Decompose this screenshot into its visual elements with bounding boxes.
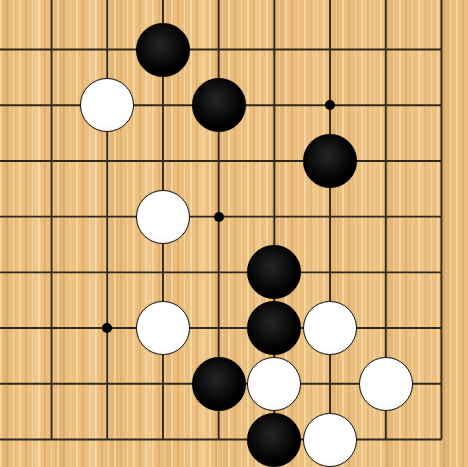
intersection-c3-r3[interactable]	[80, 78, 136, 134]
intersection-c8-r3[interactable]	[358, 78, 414, 134]
intersection-c8-r7[interactable]	[358, 300, 414, 356]
intersection-c3-r5[interactable]	[80, 189, 136, 245]
intersection-c3-r8[interactable]	[80, 356, 136, 412]
black-stone	[247, 245, 301, 299]
black-stone	[192, 78, 246, 132]
intersection-c6-r6[interactable]	[247, 245, 303, 301]
intersection-c4-r2[interactable]	[135, 22, 191, 78]
intersection-c5-r6[interactable]	[191, 245, 247, 301]
intersection-c8-r2[interactable]	[358, 22, 414, 78]
intersection-c2-r2[interactable]	[24, 22, 80, 78]
intersection-c4-r4[interactable]	[135, 133, 191, 189]
go-board[interactable]	[0, 0, 468, 467]
intersection-c6-r8[interactable]	[247, 356, 303, 412]
intersection-c9-r9[interactable]	[414, 412, 468, 467]
intersection-c8-r9[interactable]	[358, 412, 414, 467]
intersection-c9-r1[interactable]	[414, 0, 468, 22]
intersection-c2-r7[interactable]	[24, 300, 80, 356]
intersection-c3-r4[interactable]	[80, 133, 136, 189]
intersection-c9-r2[interactable]	[414, 22, 468, 78]
intersection-c2-r1[interactable]	[24, 0, 80, 22]
intersection-c2-r5[interactable]	[24, 189, 80, 245]
intersection-c4-r6[interactable]	[135, 245, 191, 301]
intersection-c7-r7[interactable]	[302, 300, 358, 356]
intersection-c8-r6[interactable]	[358, 245, 414, 301]
intersection-c1-r8[interactable]	[0, 356, 24, 412]
intersection-c9-r4[interactable]	[414, 133, 468, 189]
white-stone	[303, 413, 357, 467]
intersection-c4-r3[interactable]	[135, 78, 191, 134]
intersection-c7-r1[interactable]	[302, 0, 358, 22]
intersection-c1-r2[interactable]	[0, 22, 24, 78]
intersection-c8-r5[interactable]	[358, 189, 414, 245]
black-stone	[247, 413, 301, 467]
intersection-c3-r1[interactable]	[80, 0, 136, 22]
intersection-c9-r6[interactable]	[414, 245, 468, 301]
intersection-c4-r7[interactable]	[135, 300, 191, 356]
black-stone	[247, 301, 301, 355]
intersection-c8-r4[interactable]	[358, 133, 414, 189]
intersection-c3-r2[interactable]	[80, 22, 136, 78]
white-stone	[359, 357, 413, 411]
intersection-c5-r8[interactable]	[191, 356, 247, 412]
hoshi-dot	[214, 212, 224, 222]
black-stone	[303, 134, 357, 188]
intersection-c8-r1[interactable]	[358, 0, 414, 22]
intersection-c6-r5[interactable]	[247, 189, 303, 245]
intersection-c5-r9[interactable]	[191, 412, 247, 467]
intersection-c2-r9[interactable]	[24, 412, 80, 467]
intersection-c7-r2[interactable]	[302, 22, 358, 78]
intersection-c5-r2[interactable]	[191, 22, 247, 78]
intersection-c5-r5[interactable]	[191, 189, 247, 245]
black-stone	[136, 23, 190, 77]
intersection-c6-r2[interactable]	[247, 22, 303, 78]
intersection-c2-r3[interactable]	[24, 78, 80, 134]
intersection-c6-r4[interactable]	[247, 133, 303, 189]
intersection-c6-r9[interactable]	[247, 412, 303, 467]
intersection-c5-r3[interactable]	[191, 78, 247, 134]
intersection-c9-r7[interactable]	[414, 300, 468, 356]
intersection-c2-r8[interactable]	[24, 356, 80, 412]
intersection-c4-r1[interactable]	[135, 0, 191, 22]
intersection-c4-r5[interactable]	[135, 189, 191, 245]
intersection-c3-r6[interactable]	[80, 245, 136, 301]
intersection-c9-r5[interactable]	[414, 189, 468, 245]
intersection-c3-r9[interactable]	[80, 412, 136, 467]
black-stone	[192, 357, 246, 411]
intersection-c5-r1[interactable]	[191, 0, 247, 22]
intersection-c9-r3[interactable]	[414, 78, 468, 134]
intersection-c2-r4[interactable]	[24, 133, 80, 189]
hoshi-dot	[102, 323, 112, 333]
go-board-screenshot	[0, 0, 468, 467]
intersection-c1-r1[interactable]	[0, 0, 24, 22]
intersection-c7-r5[interactable]	[302, 189, 358, 245]
intersection-c6-r3[interactable]	[247, 78, 303, 134]
intersection-c5-r4[interactable]	[191, 133, 247, 189]
intersection-c1-r7[interactable]	[0, 300, 24, 356]
intersection-c2-r6[interactable]	[24, 245, 80, 301]
intersection-c7-r9[interactable]	[302, 412, 358, 467]
intersection-c7-r8[interactable]	[302, 356, 358, 412]
intersection-c7-r4[interactable]	[302, 133, 358, 189]
white-stone	[247, 357, 301, 411]
white-stone	[80, 78, 134, 132]
intersection-c1-r6[interactable]	[0, 245, 24, 301]
intersection-c7-r3[interactable]	[302, 78, 358, 134]
intersection-c1-r4[interactable]	[0, 133, 24, 189]
white-stone	[136, 301, 190, 355]
intersection-c3-r7[interactable]	[80, 300, 136, 356]
intersection-c4-r9[interactable]	[135, 412, 191, 467]
intersection-c1-r9[interactable]	[0, 412, 24, 467]
intersection-c5-r7[interactable]	[191, 300, 247, 356]
white-stone	[136, 190, 190, 244]
white-stone	[303, 301, 357, 355]
board-intersections[interactable]	[0, 0, 468, 467]
intersection-c8-r8[interactable]	[358, 356, 414, 412]
intersection-c7-r6[interactable]	[302, 245, 358, 301]
hoshi-dot	[325, 100, 335, 110]
intersection-c1-r3[interactable]	[0, 78, 24, 134]
intersection-c9-r8[interactable]	[414, 356, 468, 412]
intersection-c6-r1[interactable]	[247, 0, 303, 22]
intersection-c4-r8[interactable]	[135, 356, 191, 412]
intersection-c1-r5[interactable]	[0, 189, 24, 245]
intersection-c6-r7[interactable]	[247, 300, 303, 356]
